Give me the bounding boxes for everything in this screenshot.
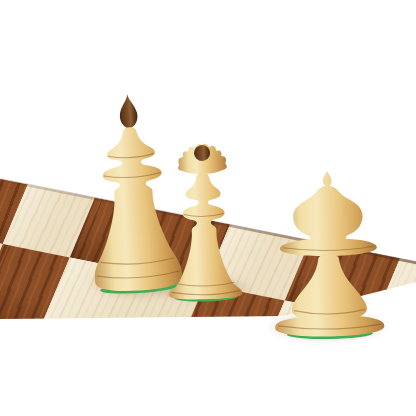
bishop-dome [279, 170, 377, 257]
square-r2c1-light [0, 314, 40, 416]
white-bishop-piece [268, 168, 389, 342]
queen-body [166, 172, 242, 300]
white-queen-piece [156, 141, 252, 305]
king-finial-flame-icon [119, 94, 139, 130]
bishop-body [274, 253, 384, 337]
square-r2c2-dark [0, 327, 175, 416]
square-r2c5-light [295, 388, 416, 416]
square-r2c4-dark [205, 370, 345, 416]
square-r2c3-light [125, 354, 255, 416]
product-photo-chess-set [0, 0, 416, 416]
